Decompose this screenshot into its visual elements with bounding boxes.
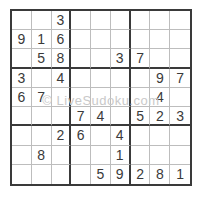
cell-r8c6[interactable]: 1 — [111, 146, 131, 165]
cell-r9c1[interactable] — [12, 165, 32, 184]
cell-r8c2[interactable]: 8 — [32, 146, 52, 165]
cell-r5c4[interactable] — [71, 88, 91, 107]
cell-r2c3[interactable]: 6 — [52, 30, 72, 49]
cell-r8c5[interactable] — [91, 146, 111, 165]
cell-r6c1[interactable] — [12, 107, 32, 126]
cell-r7c8[interactable] — [150, 126, 170, 145]
cell-r1c7[interactable] — [131, 11, 151, 30]
cell-r2c9[interactable] — [170, 30, 190, 49]
cell-r1c3[interactable]: 3 — [52, 11, 72, 30]
cell-r2c1[interactable]: 9 — [12, 30, 32, 49]
cell-r6c5[interactable]: 4 — [91, 107, 111, 126]
cell-r7c3[interactable]: 2 — [52, 126, 72, 145]
cell-r4c6[interactable] — [111, 69, 131, 88]
cell-r6c6[interactable] — [111, 107, 131, 126]
cell-r4c7[interactable] — [131, 69, 151, 88]
cell-r6c4[interactable]: 7 — [71, 107, 91, 126]
cell-r6c3[interactable] — [52, 107, 72, 126]
cell-r8c8[interactable] — [150, 146, 170, 165]
cell-r4c9[interactable]: 7 — [170, 69, 190, 88]
cell-r3c6[interactable]: 3 — [111, 49, 131, 68]
cell-r3c5[interactable] — [91, 49, 111, 68]
cell-r3c3[interactable]: 8 — [52, 49, 72, 68]
cell-r2c5[interactable] — [91, 30, 111, 49]
cell-r1c9[interactable] — [170, 11, 190, 30]
cell-r4c3[interactable]: 4 — [52, 69, 72, 88]
cell-r2c8[interactable] — [150, 30, 170, 49]
cell-r7c7[interactable] — [131, 126, 151, 145]
cell-r5c7[interactable] — [131, 88, 151, 107]
cell-r5c6[interactable] — [111, 88, 131, 107]
cell-r2c6[interactable] — [111, 30, 131, 49]
cell-r3c4[interactable] — [71, 49, 91, 68]
cell-r5c3[interactable] — [52, 88, 72, 107]
cell-r6c8[interactable]: 2 — [150, 107, 170, 126]
cell-r4c5[interactable] — [91, 69, 111, 88]
sudoku-board: 391658373497674745232648159281 — [10, 9, 192, 186]
cell-r2c4[interactable] — [71, 30, 91, 49]
cell-r3c9[interactable] — [170, 49, 190, 68]
cell-r5c1[interactable]: 6 — [12, 88, 32, 107]
cell-r3c2[interactable]: 5 — [32, 49, 52, 68]
cell-r9c8[interactable]: 8 — [150, 165, 170, 184]
cell-r1c1[interactable] — [12, 11, 32, 30]
cell-r7c6[interactable]: 4 — [111, 126, 131, 145]
cell-r9c7[interactable]: 2 — [131, 165, 151, 184]
cell-r8c3[interactable] — [52, 146, 72, 165]
cell-r8c4[interactable] — [71, 146, 91, 165]
cell-r7c1[interactable] — [12, 126, 32, 145]
cell-r5c5[interactable] — [91, 88, 111, 107]
cell-r4c1[interactable]: 3 — [12, 69, 32, 88]
cell-r6c7[interactable]: 5 — [131, 107, 151, 126]
cell-r7c9[interactable] — [170, 126, 190, 145]
cell-r1c6[interactable] — [111, 11, 131, 30]
cell-r2c2[interactable]: 1 — [32, 30, 52, 49]
cell-r8c7[interactable] — [131, 146, 151, 165]
cell-r5c2[interactable]: 7 — [32, 88, 52, 107]
cell-r9c9[interactable]: 1 — [170, 165, 190, 184]
cell-r9c5[interactable]: 5 — [91, 165, 111, 184]
cell-r1c4[interactable] — [71, 11, 91, 30]
cell-r9c4[interactable] — [71, 165, 91, 184]
cell-r1c5[interactable] — [91, 11, 111, 30]
cell-r6c2[interactable] — [32, 107, 52, 126]
cell-r5c9[interactable] — [170, 88, 190, 107]
cell-r9c3[interactable] — [52, 165, 72, 184]
cell-r4c8[interactable]: 9 — [150, 69, 170, 88]
cell-r3c8[interactable] — [150, 49, 170, 68]
cell-r7c2[interactable] — [32, 126, 52, 145]
cell-r8c1[interactable] — [12, 146, 32, 165]
cell-r1c8[interactable] — [150, 11, 170, 30]
cell-r8c9[interactable] — [170, 146, 190, 165]
cell-r1c2[interactable] — [32, 11, 52, 30]
cell-r4c4[interactable] — [71, 69, 91, 88]
cell-r3c7[interactable]: 7 — [131, 49, 151, 68]
cell-r3c1[interactable] — [12, 49, 32, 68]
cell-r6c9[interactable]: 3 — [170, 107, 190, 126]
cell-r2c7[interactable] — [131, 30, 151, 49]
page: 391658373497674745232648159281 © LiveSud… — [0, 0, 200, 200]
cell-r7c4[interactable]: 6 — [71, 126, 91, 145]
cell-r4c2[interactable] — [32, 69, 52, 88]
cell-r7c5[interactable] — [91, 126, 111, 145]
cell-r9c6[interactable]: 9 — [111, 165, 131, 184]
cell-r9c2[interactable] — [32, 165, 52, 184]
cell-r5c8[interactable]: 4 — [150, 88, 170, 107]
